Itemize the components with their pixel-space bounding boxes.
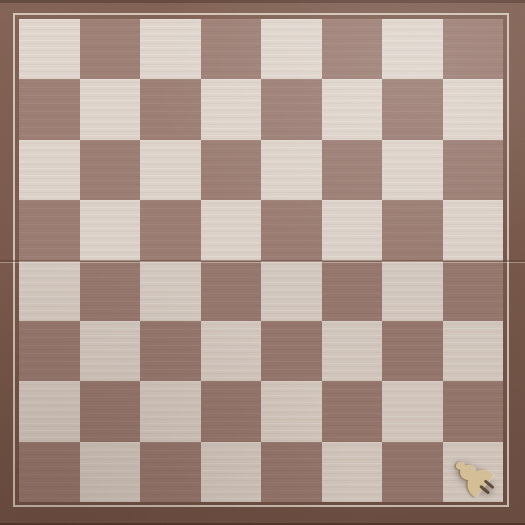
square-c2[interactable] (140, 381, 201, 441)
square-f3[interactable] (322, 321, 383, 381)
square-c4[interactable] (140, 261, 201, 321)
square-f8[interactable] (322, 19, 383, 79)
square-g5[interactable] (382, 200, 443, 260)
square-a4[interactable] (19, 261, 80, 321)
square-d1[interactable] (201, 442, 262, 502)
square-g6[interactable] (382, 140, 443, 200)
square-e2[interactable] (261, 381, 322, 441)
square-a3[interactable] (19, 321, 80, 381)
square-b2[interactable] (80, 381, 141, 441)
square-e7[interactable] (261, 79, 322, 139)
square-g4[interactable] (382, 261, 443, 321)
square-h6[interactable] (443, 140, 504, 200)
square-g2[interactable] (382, 381, 443, 441)
chessboard-photo: ♟ (0, 0, 525, 525)
square-b4[interactable] (80, 261, 141, 321)
square-b5[interactable] (80, 200, 141, 260)
square-h2[interactable] (443, 381, 504, 441)
square-f6[interactable] (322, 140, 383, 200)
square-e8[interactable] (261, 19, 322, 79)
board-fold-seam (0, 260, 525, 264)
square-d7[interactable] (201, 79, 262, 139)
square-c5[interactable] (140, 200, 201, 260)
square-c8[interactable] (140, 19, 201, 79)
square-d5[interactable] (201, 200, 262, 260)
square-f1[interactable] (322, 442, 383, 502)
square-a5[interactable] (19, 200, 80, 260)
square-h5[interactable] (443, 200, 504, 260)
square-b7[interactable] (80, 79, 141, 139)
square-h8[interactable] (443, 19, 504, 79)
square-d3[interactable] (201, 321, 262, 381)
white-pawn-tipped-over[interactable]: ♟ (444, 449, 508, 507)
square-d2[interactable] (201, 381, 262, 441)
square-h7[interactable] (443, 79, 504, 139)
square-a8[interactable] (19, 19, 80, 79)
square-c3[interactable] (140, 321, 201, 381)
square-g8[interactable] (382, 19, 443, 79)
square-c7[interactable] (140, 79, 201, 139)
square-g1[interactable] (382, 442, 443, 502)
square-f4[interactable] (322, 261, 383, 321)
square-d6[interactable] (201, 140, 262, 200)
square-a6[interactable] (19, 140, 80, 200)
square-e5[interactable] (261, 200, 322, 260)
square-g3[interactable] (382, 321, 443, 381)
square-e4[interactable] (261, 261, 322, 321)
square-b6[interactable] (80, 140, 141, 200)
square-f5[interactable] (322, 200, 383, 260)
square-f2[interactable] (322, 381, 383, 441)
square-e1[interactable] (261, 442, 322, 502)
square-a1[interactable] (19, 442, 80, 502)
square-f7[interactable] (322, 79, 383, 139)
square-e6[interactable] (261, 140, 322, 200)
square-a7[interactable] (19, 79, 80, 139)
square-g7[interactable] (382, 79, 443, 139)
square-c6[interactable] (140, 140, 201, 200)
square-b1[interactable] (80, 442, 141, 502)
square-h3[interactable] (443, 321, 504, 381)
square-b3[interactable] (80, 321, 141, 381)
square-c1[interactable] (140, 442, 201, 502)
square-b8[interactable] (80, 19, 141, 79)
white-pawn-icon: ♟ (436, 441, 507, 511)
square-a2[interactable] (19, 381, 80, 441)
square-d4[interactable] (201, 261, 262, 321)
square-h4[interactable] (443, 261, 504, 321)
square-e3[interactable] (261, 321, 322, 381)
square-d8[interactable] (201, 19, 262, 79)
